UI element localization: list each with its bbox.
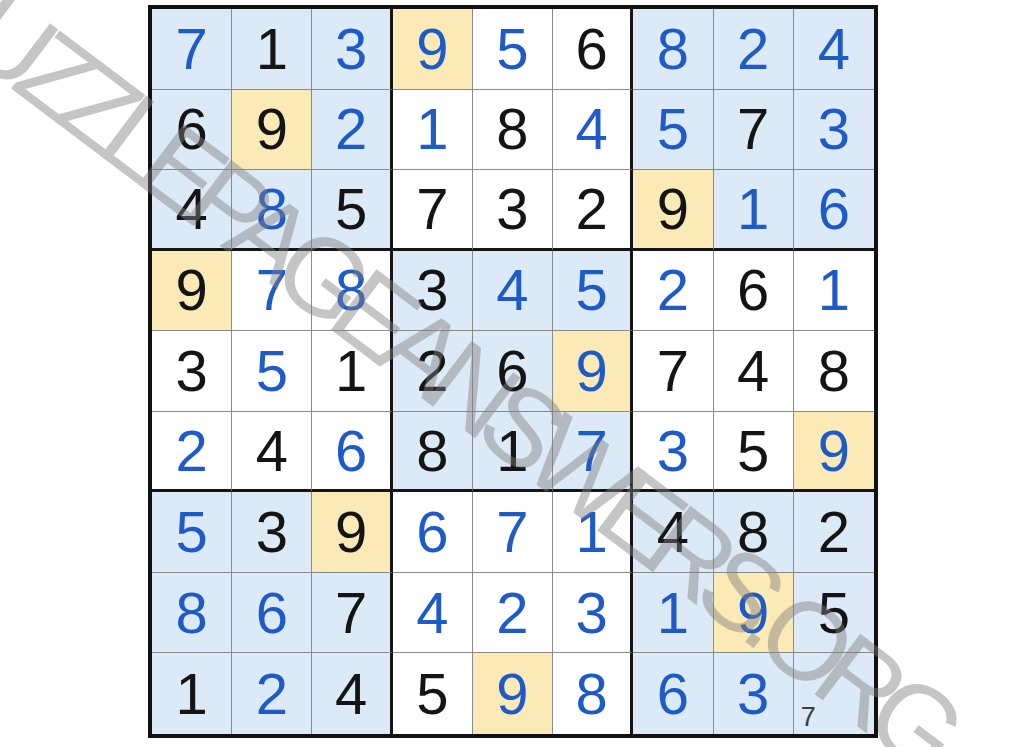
cell-r2c8[interactable]: 7 [714, 90, 794, 171]
cell-r7c2[interactable]: 3 [232, 492, 312, 573]
cell-r4c4[interactable]: 3 [393, 251, 473, 332]
given-digit: 6 [576, 20, 608, 78]
solved-digit: 7 [175, 20, 207, 78]
solved-digit: 6 [335, 422, 367, 480]
cell-r9c9[interactable]: 7 [794, 653, 874, 734]
solved-digit: 3 [335, 20, 367, 78]
cell-r6c6[interactable]: 7 [553, 412, 633, 493]
cell-r1c9[interactable]: 4 [794, 9, 874, 90]
cell-r2c5[interactable]: 8 [473, 90, 553, 171]
given-digit: 7 [737, 100, 769, 158]
solved-digit: 4 [818, 20, 850, 78]
solved-digit: 8 [335, 261, 367, 319]
cell-r8c3[interactable]: 7 [312, 573, 392, 654]
cell-r9c6[interactable]: 8 [553, 653, 633, 734]
given-digit: 4 [737, 342, 769, 400]
cell-r8c1[interactable]: 8 [152, 573, 232, 654]
solved-digit: 1 [576, 503, 608, 561]
cell-r8c8[interactable]: 9 [714, 573, 794, 654]
solved-digit: 9 [496, 665, 528, 723]
solved-digit: 8 [256, 180, 288, 238]
solved-digit: 7 [256, 261, 288, 319]
cell-r7c8[interactable]: 8 [714, 492, 794, 573]
given-digit: 9 [657, 180, 689, 238]
given-digit: 9 [256, 100, 288, 158]
pencil-mark: 7 [801, 704, 816, 731]
solved-digit: 5 [175, 503, 207, 561]
given-digit: 1 [335, 342, 367, 400]
solved-digit: 6 [416, 503, 448, 561]
solved-digit: 5 [256, 342, 288, 400]
given-digit: 5 [737, 422, 769, 480]
solved-digit: 4 [496, 261, 528, 319]
cell-r7c9[interactable]: 2 [794, 492, 874, 573]
solved-digit: 3 [576, 584, 608, 642]
cell-r2c6[interactable]: 4 [553, 90, 633, 171]
cell-r8c4[interactable]: 4 [393, 573, 473, 654]
given-digit: 3 [496, 180, 528, 238]
cell-r6c7[interactable]: 3 [633, 412, 713, 493]
cell-r5c9[interactable]: 8 [794, 331, 874, 412]
cell-r9c1[interactable]: 1 [152, 653, 232, 734]
given-digit: 8 [416, 422, 448, 480]
cell-r4c2[interactable]: 7 [232, 251, 312, 332]
solved-digit: 2 [496, 584, 528, 642]
given-digit: 5 [335, 180, 367, 238]
given-digit: 7 [416, 180, 448, 238]
cell-r6c1[interactable]: 2 [152, 412, 232, 493]
cell-r5c4[interactable]: 2 [393, 331, 473, 412]
cell-r3c4[interactable]: 7 [393, 170, 473, 251]
given-digit: 2 [416, 342, 448, 400]
solved-digit: 4 [416, 584, 448, 642]
cell-r1c2[interactable]: 1 [232, 9, 312, 90]
solved-digit: 3 [737, 665, 769, 723]
cell-r7c4[interactable]: 6 [393, 492, 473, 573]
cell-r1c5[interactable]: 5 [473, 9, 553, 90]
sudoku-board: 7139568246921845734857329169783452613512… [148, 5, 878, 738]
given-digit: 1 [175, 665, 207, 723]
given-digit: 4 [256, 422, 288, 480]
cell-r2c2[interactable]: 9 [232, 90, 312, 171]
cell-r6c3[interactable]: 6 [312, 412, 392, 493]
cell-r5c8[interactable]: 4 [714, 331, 794, 412]
given-digit: 6 [496, 342, 528, 400]
cell-r4c9[interactable]: 1 [794, 251, 874, 332]
cell-r1c3[interactable]: 3 [312, 9, 392, 90]
given-digit: 7 [657, 342, 689, 400]
cell-r5c2[interactable]: 5 [232, 331, 312, 412]
cell-r9c8[interactable]: 3 [714, 653, 794, 734]
given-digit: 5 [818, 584, 850, 642]
cell-r5c1[interactable]: 3 [152, 331, 232, 412]
solved-digit: 3 [657, 422, 689, 480]
solved-digit: 2 [657, 261, 689, 319]
cell-r3c6[interactable]: 2 [553, 170, 633, 251]
cell-r8c2[interactable]: 6 [232, 573, 312, 654]
cell-r5c7[interactable]: 7 [633, 331, 713, 412]
cell-r9c7[interactable]: 6 [633, 653, 713, 734]
cell-r6c4[interactable]: 8 [393, 412, 473, 493]
cell-r3c2[interactable]: 8 [232, 170, 312, 251]
cell-r8c9[interactable]: 5 [794, 573, 874, 654]
solved-digit: 7 [496, 503, 528, 561]
given-digit: 8 [737, 503, 769, 561]
cell-r1c4[interactable]: 9 [393, 9, 473, 90]
given-digit: 6 [175, 100, 207, 158]
cell-r6c8[interactable]: 5 [714, 412, 794, 493]
given-digit: 3 [416, 261, 448, 319]
cell-r1c6[interactable]: 6 [553, 9, 633, 90]
given-digit: 2 [818, 503, 850, 561]
solved-digit: 6 [256, 584, 288, 642]
cell-r7c1[interactable]: 5 [152, 492, 232, 573]
cell-r2c4[interactable]: 1 [393, 90, 473, 171]
cell-r3c9[interactable]: 6 [794, 170, 874, 251]
solved-digit: 9 [416, 20, 448, 78]
cell-r7c6[interactable]: 1 [553, 492, 633, 573]
given-digit: 8 [496, 100, 528, 158]
cell-r8c5[interactable]: 2 [473, 573, 553, 654]
solved-digit: 9 [737, 584, 769, 642]
cell-r7c3[interactable]: 9 [312, 492, 392, 573]
solved-digit: 1 [737, 180, 769, 238]
given-digit: 4 [335, 665, 367, 723]
cell-r8c6[interactable]: 3 [553, 573, 633, 654]
cell-r1c8[interactable]: 2 [714, 9, 794, 90]
cell-r4c1[interactable]: 9 [152, 251, 232, 332]
cell-r4c5[interactable]: 4 [473, 251, 553, 332]
given-digit: 5 [416, 665, 448, 723]
given-digit: 7 [335, 584, 367, 642]
solved-digit: 4 [576, 100, 608, 158]
solved-digit: 2 [175, 422, 207, 480]
given-digit: 2 [576, 180, 608, 238]
solved-digit: 9 [818, 422, 850, 480]
cell-r2c3[interactable]: 2 [312, 90, 392, 171]
solved-digit: 1 [818, 261, 850, 319]
cell-r8c7[interactable]: 1 [633, 573, 713, 654]
cell-r3c3[interactable]: 5 [312, 170, 392, 251]
given-digit: 1 [256, 20, 288, 78]
solved-digit: 7 [576, 422, 608, 480]
cell-r6c9[interactable]: 9 [794, 412, 874, 493]
cell-r9c4[interactable]: 5 [393, 653, 473, 734]
cell-r4c3[interactable]: 8 [312, 251, 392, 332]
solved-digit: 5 [576, 261, 608, 319]
cell-r2c9[interactable]: 3 [794, 90, 874, 171]
solved-digit: 9 [576, 342, 608, 400]
cell-r4c6[interactable]: 5 [553, 251, 633, 332]
cell-r6c5[interactable]: 1 [473, 412, 553, 493]
cell-r9c2[interactable]: 2 [232, 653, 312, 734]
given-digit: 6 [737, 261, 769, 319]
cell-r7c5[interactable]: 7 [473, 492, 553, 573]
cell-r1c1[interactable]: 7 [152, 9, 232, 90]
given-digit: 4 [175, 180, 207, 238]
cell-r3c7[interactable]: 9 [633, 170, 713, 251]
cell-r5c3[interactable]: 1 [312, 331, 392, 412]
solved-digit: 2 [256, 665, 288, 723]
solved-digit: 5 [496, 20, 528, 78]
cell-r4c7[interactable]: 2 [633, 251, 713, 332]
cell-r9c5[interactable]: 9 [473, 653, 553, 734]
cell-r7c7[interactable]: 4 [633, 492, 713, 573]
given-digit: 3 [256, 503, 288, 561]
cell-r9c3[interactable]: 4 [312, 653, 392, 734]
given-digit: 9 [335, 503, 367, 561]
solved-digit: 1 [416, 100, 448, 158]
cell-r4c8[interactable]: 6 [714, 251, 794, 332]
given-digit: 9 [175, 261, 207, 319]
solved-digit: 1 [657, 584, 689, 642]
cell-r3c5[interactable]: 3 [473, 170, 553, 251]
solved-digit: 8 [576, 665, 608, 723]
given-digit: 3 [175, 342, 207, 400]
cell-r5c5[interactable]: 6 [473, 331, 553, 412]
cell-r2c7[interactable]: 5 [633, 90, 713, 171]
solved-digit: 3 [818, 100, 850, 158]
cell-r2c1[interactable]: 6 [152, 90, 232, 171]
cell-r3c8[interactable]: 1 [714, 170, 794, 251]
solved-digit: 8 [175, 584, 207, 642]
solved-digit: 5 [657, 100, 689, 158]
given-digit: 1 [496, 422, 528, 480]
solved-digit: 2 [335, 100, 367, 158]
given-digit: 4 [657, 503, 689, 561]
cell-r5c6[interactable]: 9 [553, 331, 633, 412]
solved-digit: 6 [657, 665, 689, 723]
solved-digit: 8 [657, 20, 689, 78]
solved-digit: 2 [737, 20, 769, 78]
cell-r3c1[interactable]: 4 [152, 170, 232, 251]
cell-r6c2[interactable]: 4 [232, 412, 312, 493]
given-digit: 8 [818, 342, 850, 400]
solved-digit: 6 [818, 180, 850, 238]
cell-r1c7[interactable]: 8 [633, 9, 713, 90]
